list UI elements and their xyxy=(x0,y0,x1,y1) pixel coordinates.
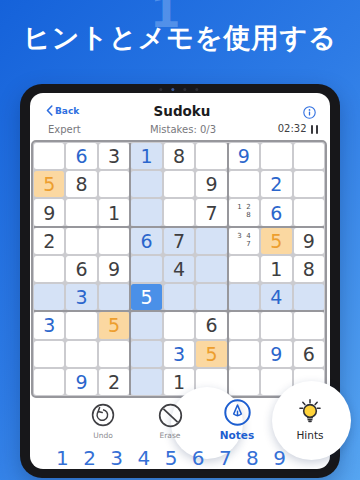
cell-r5c2[interactable]: 6 xyxy=(66,256,96,282)
cell-r1c5[interactable]: 8 xyxy=(164,143,194,169)
cell-r7c7[interactable] xyxy=(229,312,259,338)
cell-r8c4[interactable] xyxy=(131,341,161,367)
cell-r2c3[interactable] xyxy=(99,171,129,197)
cell-r2c4[interactable] xyxy=(131,171,161,197)
cell-r3c2[interactable] xyxy=(66,199,96,225)
cell-r7c9[interactable] xyxy=(294,312,324,338)
cell-r1c2[interactable]: 6 xyxy=(66,143,96,169)
cell-r7c4[interactable] xyxy=(131,312,161,338)
numpad-2[interactable]: 2 xyxy=(83,446,96,470)
numpad-3[interactable]: 3 xyxy=(110,446,123,470)
notes-button[interactable]: Notes xyxy=(205,397,269,441)
cell-r7c8[interactable] xyxy=(261,312,291,338)
cell-r2c8[interactable]: 2 xyxy=(261,171,291,197)
cell-r6c4[interactable]: 5 xyxy=(131,284,161,310)
marketing-headline: ヒントとメモを使用する xyxy=(0,20,360,56)
erase-label: Erase xyxy=(138,431,202,440)
cell-r6c8[interactable]: 4 xyxy=(261,284,291,310)
cell-r6c5[interactable] xyxy=(164,284,194,310)
cell-r4c3[interactable] xyxy=(99,228,129,254)
cell-r7c3[interactable]: 5 xyxy=(99,312,129,338)
box-divider-horizontal xyxy=(34,226,324,228)
cell-r3c7[interactable]: 128 xyxy=(229,199,259,225)
cell-r6c1[interactable] xyxy=(34,284,64,310)
undo-icon xyxy=(90,402,116,428)
numpad-5[interactable]: 5 xyxy=(165,446,178,470)
cell-r9c4[interactable] xyxy=(131,369,161,395)
notes-pen-icon xyxy=(223,398,252,427)
cell-r4c6[interactable] xyxy=(196,228,226,254)
pause-icon xyxy=(316,125,319,134)
cell-r7c1[interactable]: 3 xyxy=(34,312,64,338)
cell-r2c5[interactable] xyxy=(164,171,194,197)
page-title: Sudoku xyxy=(46,103,318,119)
cell-r5c1[interactable] xyxy=(34,256,64,282)
cell-r8c1[interactable] xyxy=(34,341,64,367)
erase-icon xyxy=(157,402,184,429)
cell-r4c9[interactable]: 9 xyxy=(294,228,324,254)
cell-r9c2[interactable]: 9 xyxy=(66,369,96,395)
numpad-8[interactable]: 8 xyxy=(246,446,259,470)
cell-r8c3[interactable] xyxy=(99,341,129,367)
app-store-screenshot: { "headline": "ヒントとメモを使用する", "background… xyxy=(0,0,360,480)
cell-r7c6[interactable]: 6 xyxy=(196,312,226,338)
numpad-7[interactable]: 7 xyxy=(219,446,232,470)
hint-bulb-icon xyxy=(295,397,325,427)
cell-r1c3[interactable]: 3 xyxy=(99,143,129,169)
tablet-camera-dots xyxy=(159,87,198,91)
numpad-1[interactable]: 1 xyxy=(56,446,69,470)
cell-r2c6[interactable]: 9 xyxy=(196,171,226,197)
cell-r1c7[interactable]: 9 xyxy=(229,143,259,169)
undo-label: Undo xyxy=(71,431,135,440)
cell-r8c6[interactable]: 5 xyxy=(196,341,226,367)
cell-r5c5[interactable]: 4 xyxy=(164,256,194,282)
cell-r4c4[interactable]: 6 xyxy=(131,228,161,254)
cell-r6c3[interactable] xyxy=(99,284,129,310)
navigation-bar: Back Sudoku xyxy=(46,103,318,121)
cell-r5c7[interactable] xyxy=(229,256,259,282)
cell-r3c8[interactable]: 6 xyxy=(261,199,291,225)
erase-button[interactable]: Erase xyxy=(138,400,202,440)
cell-r4c2[interactable] xyxy=(66,228,96,254)
cell-r9c7[interactable] xyxy=(229,369,259,395)
status-bar: Expert Mistakes: 0/3 02:32 xyxy=(48,123,318,137)
box-divider-vertical xyxy=(129,143,131,395)
cell-r4c5[interactable]: 7 xyxy=(164,228,194,254)
sudoku-board: 6318958929171286267347596941835435635969… xyxy=(31,140,327,398)
timer-value: 02:32 xyxy=(278,123,307,134)
hints-label: Hints xyxy=(278,429,342,441)
pencil-notes: 347 xyxy=(229,228,259,254)
cell-r9c1[interactable] xyxy=(34,369,64,395)
tablet-frame: Back Sudoku Expert Mistakes: 0/3 02:32 xyxy=(20,84,340,478)
cell-r1c8[interactable] xyxy=(261,143,291,169)
cell-r3c6[interactable]: 7 xyxy=(196,199,226,225)
numpad-6[interactable]: 6 xyxy=(192,446,205,470)
cell-r2c9[interactable] xyxy=(294,171,324,197)
cell-r7c2[interactable] xyxy=(66,312,96,338)
pencil-notes: 128 xyxy=(229,199,259,225)
cell-r2c7[interactable] xyxy=(229,171,259,197)
cell-r4c1[interactable]: 2 xyxy=(34,228,64,254)
cell-r5c3[interactable]: 9 xyxy=(99,256,129,282)
cell-r5c8[interactable]: 1 xyxy=(261,256,291,282)
undo-button[interactable]: Undo xyxy=(71,400,135,440)
cell-r4c8[interactable]: 5 xyxy=(261,228,291,254)
cell-r5c6[interactable] xyxy=(196,256,226,282)
cell-r1c9[interactable] xyxy=(294,143,324,169)
cell-r6c7[interactable] xyxy=(229,284,259,310)
box-divider-horizontal xyxy=(34,310,324,312)
cell-r3c9[interactable] xyxy=(294,199,324,225)
info-button[interactable] xyxy=(303,104,316,117)
cell-r3c5[interactable] xyxy=(164,199,194,225)
cell-r4c7[interactable]: 347 xyxy=(229,228,259,254)
cell-r1c1[interactable] xyxy=(34,143,64,169)
cell-r3c1[interactable]: 9 xyxy=(34,199,64,225)
cell-r6c6[interactable] xyxy=(196,284,226,310)
cell-r8c2[interactable] xyxy=(66,341,96,367)
cell-r2c2[interactable]: 8 xyxy=(66,171,96,197)
numpad-4[interactable]: 4 xyxy=(137,446,150,470)
numpad-9[interactable]: 9 xyxy=(273,446,286,470)
cell-r8c8[interactable]: 9 xyxy=(261,341,291,367)
hints-button[interactable]: Hints xyxy=(278,397,342,441)
cell-r8c7[interactable] xyxy=(229,341,259,367)
timer-group: 02:32 xyxy=(278,123,318,134)
cell-r7c5[interactable] xyxy=(164,312,194,338)
cell-r3c4[interactable] xyxy=(131,199,161,225)
pause-icon xyxy=(311,125,314,134)
cell-r5c4[interactable] xyxy=(131,256,161,282)
app-screen: Back Sudoku Expert Mistakes: 0/3 02:32 xyxy=(30,93,330,469)
box-divider-vertical xyxy=(227,143,229,395)
cell-r3c3[interactable]: 1 xyxy=(99,199,129,225)
info-icon xyxy=(303,106,316,119)
cell-r6c2[interactable]: 3 xyxy=(66,284,96,310)
cell-r6c9[interactable] xyxy=(294,284,324,310)
cell-r8c5[interactable]: 3 xyxy=(164,341,194,367)
pause-button[interactable] xyxy=(311,124,319,134)
cell-r5c9[interactable]: 8 xyxy=(294,256,324,282)
cell-r8c9[interactable]: 6 xyxy=(294,341,324,367)
notes-label: Notes xyxy=(205,429,269,441)
cell-r1c6[interactable] xyxy=(196,143,226,169)
number-pad: 123456789 xyxy=(56,446,286,470)
cell-r9c3[interactable]: 2 xyxy=(99,369,129,395)
cell-r2c1[interactable]: 5 xyxy=(34,171,64,197)
cell-r1c4[interactable]: 1 xyxy=(131,143,161,169)
